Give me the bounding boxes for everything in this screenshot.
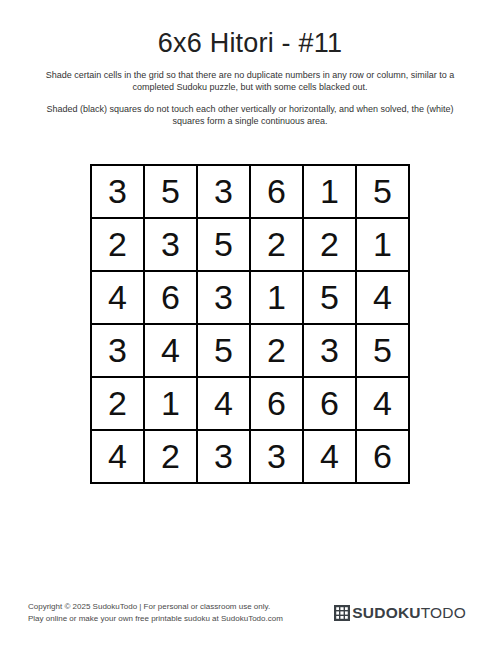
cell-r5c2: 1 [145, 378, 196, 429]
copyright-line-1: Copyright © 2025 SudokuTodo | For person… [28, 601, 283, 613]
cell-r2c1: 2 [92, 219, 143, 270]
cell-r6c2: 2 [145, 431, 196, 482]
cell-r5c6: 4 [357, 378, 408, 429]
cell-r4c5: 3 [304, 325, 355, 376]
logo-text: SUDOKUTODO [352, 604, 466, 622]
cell-r1c4: 6 [251, 166, 302, 217]
cell-r5c4: 6 [251, 378, 302, 429]
sudoku-grid-icon [334, 605, 350, 621]
cell-r4c3: 5 [198, 325, 249, 376]
cell-r2c3: 5 [198, 219, 249, 270]
instructions: Shade certain cells in the grid so that … [32, 70, 468, 128]
printable-puzzle-page: 6x6 Hitori - #11 Shade certain cells in … [0, 0, 500, 647]
copyright-text: Copyright © 2025 SudokuTodo | For person… [28, 601, 283, 625]
logo-text-todo: TODO [421, 604, 466, 621]
cell-r4c2: 4 [145, 325, 196, 376]
cell-r4c1: 3 [92, 325, 143, 376]
cell-r5c1: 2 [92, 378, 143, 429]
cell-r4c4: 2 [251, 325, 302, 376]
instruction-paragraph-2: Shaded (black) squares do not touch each… [32, 104, 468, 128]
cell-r6c3: 3 [198, 431, 249, 482]
cell-r6c4: 3 [251, 431, 302, 482]
cell-r1c6: 5 [357, 166, 408, 217]
cell-r6c6: 6 [357, 431, 408, 482]
hitori-board-wrapper: 353615235221463154345235214664423346 [90, 164, 410, 484]
cell-r5c5: 6 [304, 378, 355, 429]
cell-r1c5: 1 [304, 166, 355, 217]
cell-r2c6: 1 [357, 219, 408, 270]
cell-r2c4: 2 [251, 219, 302, 270]
cell-r3c5: 5 [304, 272, 355, 323]
copyright-line-2: Play online or make your own free printa… [28, 613, 283, 625]
instruction-paragraph-1: Shade certain cells in the grid so that … [32, 70, 468, 94]
cell-r1c3: 3 [198, 166, 249, 217]
logo-text-sudoku: SUDOKU [352, 604, 420, 621]
cell-r3c2: 6 [145, 272, 196, 323]
cell-r2c5: 2 [304, 219, 355, 270]
cell-r1c2: 5 [145, 166, 196, 217]
page-title: 6x6 Hitori - #11 [0, 0, 500, 59]
cell-r4c6: 5 [357, 325, 408, 376]
cell-r3c4: 1 [251, 272, 302, 323]
cell-r1c1: 3 [92, 166, 143, 217]
footer: Copyright © 2025 SudokuTodo | For person… [28, 601, 466, 625]
hitori-board: 353615235221463154345235214664423346 [90, 164, 410, 484]
cell-r5c3: 4 [198, 378, 249, 429]
sudokutodo-logo: SUDOKUTODO [334, 604, 466, 622]
cell-r3c1: 4 [92, 272, 143, 323]
cell-r3c3: 3 [198, 272, 249, 323]
cell-r3c6: 4 [357, 272, 408, 323]
cell-r2c2: 3 [145, 219, 196, 270]
cell-r6c5: 4 [304, 431, 355, 482]
cell-r6c1: 4 [92, 431, 143, 482]
